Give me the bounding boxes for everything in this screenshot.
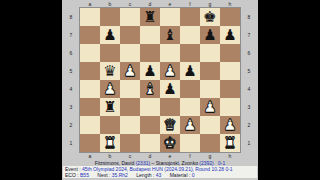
file-label-g: g bbox=[200, 152, 220, 160]
white-pawn-icon: ♟ bbox=[223, 116, 236, 134]
rank-labels-left: 87654321 bbox=[62, 8, 80, 152]
file-label-f: f bbox=[180, 0, 200, 8]
square-c2 bbox=[120, 116, 140, 134]
rank-label-1: 1 bbox=[240, 134, 258, 152]
rank-label-4: 4 bbox=[240, 80, 258, 98]
length-value: 43 bbox=[156, 172, 162, 178]
rank-label-7: 7 bbox=[62, 26, 80, 44]
material-label: Material : bbox=[170, 172, 191, 178]
square-e5: ♟ bbox=[160, 62, 180, 80]
square-c6 bbox=[120, 44, 140, 62]
square-b6 bbox=[100, 44, 120, 62]
square-b7: ♟ bbox=[100, 26, 120, 44]
square-h7: ♟ bbox=[220, 26, 240, 44]
square-e2: ♛ bbox=[160, 116, 180, 134]
black-bishop-icon: ♝ bbox=[163, 26, 176, 44]
square-h5 bbox=[220, 62, 240, 80]
square-a8 bbox=[80, 8, 100, 26]
white-pawn-icon: ♟ bbox=[203, 98, 216, 116]
file-label-e: e bbox=[160, 152, 180, 160]
chess-board: ♜♚♟♝♟♟♛♟♟♟♟♟♝♟♜♟♛♟♟♜♚♜ bbox=[80, 8, 240, 152]
square-f7 bbox=[180, 26, 200, 44]
black-pawn-icon: ♟ bbox=[183, 62, 196, 80]
file-label-a: a bbox=[80, 152, 100, 160]
rank-label-7: 7 bbox=[240, 26, 258, 44]
white-rook-icon: ♜ bbox=[103, 134, 116, 152]
square-b2 bbox=[100, 116, 120, 134]
rank-label-2: 2 bbox=[62, 116, 80, 134]
black-queen-icon: ♛ bbox=[103, 62, 116, 80]
caption-box: Event : 45th Olympiad 2024, Budapest HUN… bbox=[63, 166, 257, 178]
rank-label-5: 5 bbox=[62, 62, 80, 80]
square-e4: ♟ bbox=[160, 80, 180, 98]
square-b1: ♜ bbox=[100, 134, 120, 152]
square-f3 bbox=[180, 98, 200, 116]
square-d6 bbox=[140, 44, 160, 62]
square-c7 bbox=[120, 26, 140, 44]
square-c1 bbox=[120, 134, 140, 152]
square-h4 bbox=[220, 80, 240, 98]
square-e8 bbox=[160, 8, 180, 26]
square-d8: ♜ bbox=[140, 8, 160, 26]
square-h8 bbox=[220, 8, 240, 26]
rank-label-6: 6 bbox=[62, 44, 80, 62]
file-labels-top: abcdefgh bbox=[62, 0, 258, 8]
square-g5 bbox=[200, 62, 220, 80]
square-d7 bbox=[140, 26, 160, 44]
square-h2: ♟ bbox=[220, 116, 240, 134]
rank-label-2: 2 bbox=[240, 116, 258, 134]
square-g1 bbox=[200, 134, 220, 152]
file-labels-bottom: abcdefgh bbox=[62, 152, 258, 160]
square-e6 bbox=[160, 44, 180, 62]
square-d3 bbox=[140, 98, 160, 116]
square-h1: ♜ bbox=[220, 134, 240, 152]
white-pawn-icon: ♟ bbox=[163, 62, 176, 80]
black-pawn-icon: ♟ bbox=[223, 26, 236, 44]
file-label-e: e bbox=[160, 0, 180, 8]
square-b5: ♛ bbox=[100, 62, 120, 80]
square-f5: ♟ bbox=[180, 62, 200, 80]
next-move-label: Next : bbox=[97, 172, 110, 178]
square-f6 bbox=[180, 44, 200, 62]
white-rook-icon: ♜ bbox=[223, 134, 236, 152]
rank-labels-right: 87654321 bbox=[240, 8, 258, 152]
square-e3 bbox=[160, 98, 180, 116]
black-pawn-icon: ♟ bbox=[143, 62, 156, 80]
square-e1: ♚ bbox=[160, 134, 180, 152]
square-a7 bbox=[80, 26, 100, 44]
file-label-f: f bbox=[180, 152, 200, 160]
rank-label-4: 4 bbox=[62, 80, 80, 98]
square-d1 bbox=[140, 134, 160, 152]
video-frame: abcdefgh 87654321 ♜♚♟♝♟♟♛♟♟♟♟♟♝♟♜♟♛♟♟♜♚♜… bbox=[62, 0, 258, 180]
rank-label-6: 6 bbox=[240, 44, 258, 62]
square-c8 bbox=[120, 8, 140, 26]
length-label: Length : bbox=[136, 172, 154, 178]
rank-label-8: 8 bbox=[62, 8, 80, 26]
square-g4 bbox=[200, 80, 220, 98]
black-rook-icon: ♜ bbox=[103, 98, 116, 116]
square-g2 bbox=[200, 116, 220, 134]
material-value: 0 bbox=[192, 172, 195, 178]
file-label-b: b bbox=[100, 0, 120, 8]
file-label-c: c bbox=[120, 0, 140, 8]
eco-label: ECO : bbox=[65, 172, 79, 178]
square-d4: ♝ bbox=[140, 80, 160, 98]
eco-value: B55 bbox=[80, 172, 89, 178]
event-result: 0-1 bbox=[225, 166, 232, 172]
file-label-b: b bbox=[100, 152, 120, 160]
square-e7: ♝ bbox=[160, 26, 180, 44]
file-label-g: g bbox=[200, 0, 220, 8]
rank-label-3: 3 bbox=[240, 98, 258, 116]
square-a5 bbox=[80, 62, 100, 80]
file-label-a: a bbox=[80, 0, 100, 8]
white-pawn-icon: ♟ bbox=[183, 116, 196, 134]
square-f8 bbox=[180, 8, 200, 26]
file-label-h: h bbox=[220, 0, 240, 8]
square-g7: ♟ bbox=[200, 26, 220, 44]
square-d5: ♟ bbox=[140, 62, 160, 80]
square-c5: ♟ bbox=[120, 62, 140, 80]
file-label-c: c bbox=[120, 152, 140, 160]
black-pawn-icon: ♟ bbox=[163, 80, 176, 98]
white-bishop-icon: ♝ bbox=[143, 80, 156, 98]
file-label-d: d bbox=[140, 152, 160, 160]
square-f1 bbox=[180, 134, 200, 152]
square-h3 bbox=[220, 98, 240, 116]
black-king-icon: ♚ bbox=[203, 8, 216, 26]
square-c3 bbox=[120, 98, 140, 116]
square-g8: ♚ bbox=[200, 8, 220, 26]
square-h6 bbox=[220, 44, 240, 62]
square-c4 bbox=[120, 80, 140, 98]
file-label-d: d bbox=[140, 0, 160, 8]
rank-label-3: 3 bbox=[62, 98, 80, 116]
square-f4 bbox=[180, 80, 200, 98]
square-b4: ♟ bbox=[100, 80, 120, 98]
next-move-value: 35.Rh2 bbox=[112, 172, 128, 178]
rank-label-1: 1 bbox=[62, 134, 80, 152]
white-king-icon: ♚ bbox=[163, 134, 176, 152]
black-pawn-icon: ♟ bbox=[203, 26, 216, 44]
square-a2 bbox=[80, 116, 100, 134]
stats-line: ECO : B55 Next : 35.Rh2 Length : 43 Mate… bbox=[65, 173, 255, 179]
rank-label-8: 8 bbox=[240, 8, 258, 26]
square-a1 bbox=[80, 134, 100, 152]
square-g6 bbox=[200, 44, 220, 62]
white-pawn-icon: ♟ bbox=[123, 62, 136, 80]
square-a3 bbox=[80, 98, 100, 116]
square-b8 bbox=[100, 8, 120, 26]
black-rook-icon: ♜ bbox=[143, 8, 156, 26]
square-a6 bbox=[80, 44, 100, 62]
file-label-h: h bbox=[220, 152, 240, 160]
white-queen-icon: ♛ bbox=[163, 116, 176, 134]
square-a4 bbox=[80, 80, 100, 98]
white-pawn-icon: ♟ bbox=[103, 80, 116, 98]
black-pawn-icon: ♟ bbox=[103, 26, 116, 44]
square-b3: ♜ bbox=[100, 98, 120, 116]
game-caption: Fitzsimons, David (2331) – Stanojoski, Z… bbox=[62, 160, 258, 180]
rank-label-5: 5 bbox=[240, 62, 258, 80]
square-g3: ♟ bbox=[200, 98, 220, 116]
square-d2 bbox=[140, 116, 160, 134]
square-f2: ♟ bbox=[180, 116, 200, 134]
